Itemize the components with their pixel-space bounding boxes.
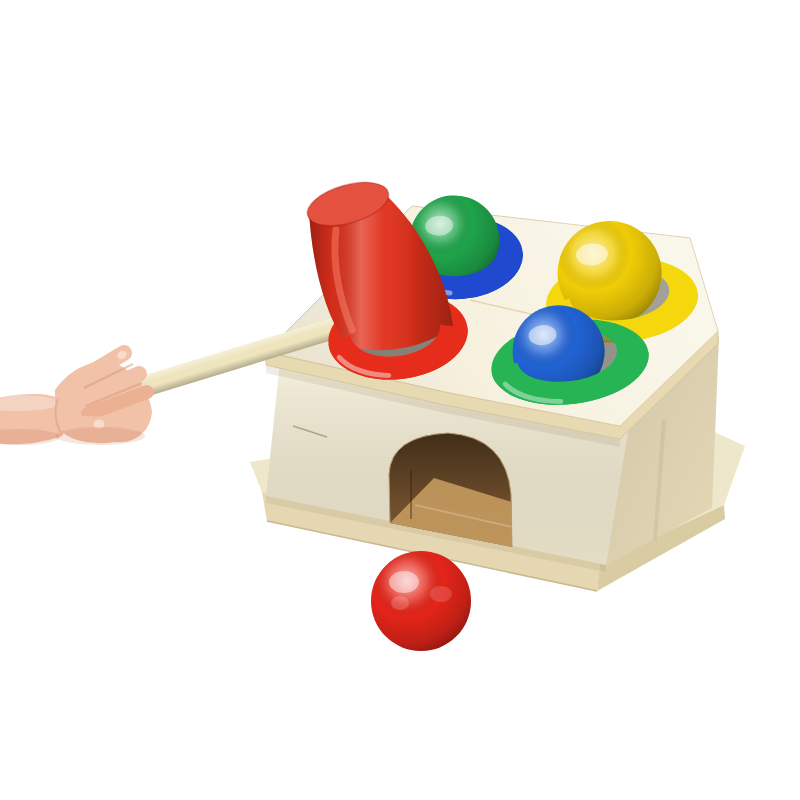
red-ball-spot-2	[430, 586, 452, 602]
hand-shadow	[55, 427, 145, 445]
red-ball-highlight	[389, 571, 419, 593]
scene-canvas	[0, 0, 800, 800]
red-ball-spot-1	[391, 596, 409, 610]
loose-red-ball	[371, 551, 471, 651]
red-ball-shade	[371, 551, 471, 651]
baby-arm-hand	[0, 349, 152, 445]
toy-product-photo	[0, 0, 800, 800]
